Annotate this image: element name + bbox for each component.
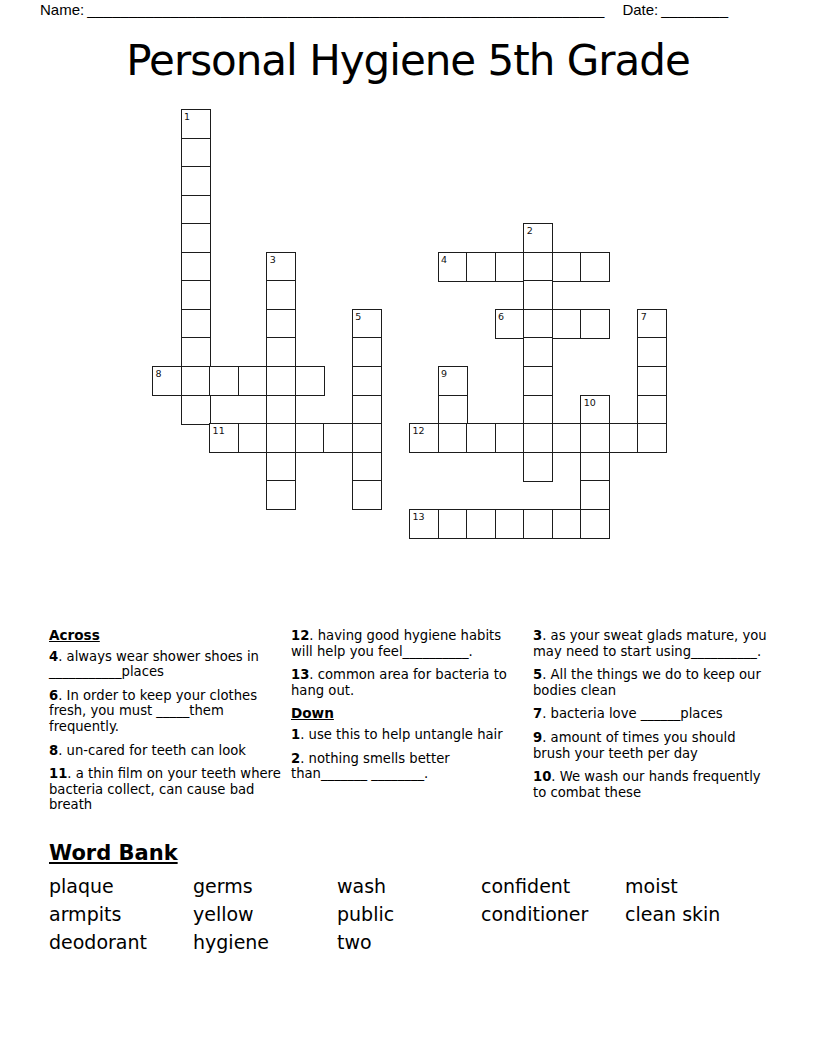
clue-13-across: 13. common area for bacteria to hang out… (291, 667, 519, 698)
grid-cell[interactable] (495, 423, 525, 453)
grid-cell[interactable] (580, 509, 610, 539)
across-header: Across (49, 628, 293, 644)
grid-cell[interactable] (438, 423, 468, 453)
grid-cell-number: 3 (270, 255, 276, 265)
clue-1-down: 1. use this to help untangle hair (291, 727, 519, 743)
grid-cell[interactable] (181, 309, 211, 339)
down-header: Down (291, 706, 519, 722)
grid-cell-number: 11 (213, 426, 225, 436)
name-label: Name: (40, 1, 84, 18)
grid-cell[interactable] (466, 252, 496, 282)
grid-cell[interactable] (523, 509, 553, 539)
clue-number: 8 (49, 743, 58, 758)
clue-3-down: 3. as your sweat glads mature, you may n… (533, 628, 771, 659)
clue-number: 10 (533, 769, 551, 784)
name-line: ________________________________________… (87, 1, 604, 18)
grid-cell-number: 9 (441, 369, 447, 379)
grid-cell[interactable] (352, 366, 382, 396)
grid-cell[interactable] (552, 252, 582, 282)
grid-cell[interactable] (266, 423, 296, 453)
clue-number: 11 (49, 766, 67, 781)
grid-cell[interactable] (523, 366, 553, 396)
clue-10-down: 10. We wash our hands frequently to comb… (533, 769, 771, 800)
grid-cell[interactable] (438, 395, 468, 425)
grid-cell[interactable] (181, 280, 211, 310)
grid-cell[interactable] (438, 509, 468, 539)
grid-cell[interactable] (352, 423, 382, 453)
clue-9-down: 9. amount of times you should brush your… (533, 730, 771, 761)
grid-cell-number: 10 (584, 398, 596, 408)
word-bank-title: Word Bank (49, 841, 789, 865)
worksheet-page: Name: __________________________________… (0, 0, 816, 1056)
clue-number: 9 (533, 730, 542, 745)
grid-cell[interactable] (266, 395, 296, 425)
across-clues-list-continued: 12. having good hygiene habits will help… (291, 628, 519, 698)
grid-cell[interactable] (181, 166, 211, 196)
grid-cell-number: 4 (441, 255, 447, 265)
word-bank-words: plaquegermswashconfidentmoistarmpitsyell… (49, 872, 789, 956)
grid-cell[interactable] (181, 195, 211, 225)
grid-cell[interactable] (181, 366, 211, 396)
grid-cell-number: 7 (641, 312, 647, 322)
clue-2-down: 2. nothing smells better than_______ ___… (291, 751, 519, 782)
grid-cell[interactable] (637, 423, 667, 453)
grid-cell[interactable] (466, 509, 496, 539)
grid-cell[interactable] (495, 509, 525, 539)
grid-cell[interactable] (266, 337, 296, 367)
clue-number: 3 (533, 628, 542, 643)
clue-7-down: 7. bacteria love ______places (533, 706, 771, 722)
grid-cell[interactable] (552, 509, 582, 539)
grid-cell-number: 12 (412, 426, 424, 436)
grid-cell[interactable] (352, 337, 382, 367)
grid-cell-number: 13 (412, 512, 424, 522)
word-bank-word: germs (193, 872, 337, 900)
grid-cell[interactable] (523, 280, 553, 310)
grid-cell-number: 5 (355, 312, 361, 322)
word-bank-word: plaque (49, 872, 193, 900)
grid-cell[interactable] (266, 309, 296, 339)
grid-cell[interactable] (181, 337, 211, 367)
word-bank-word: armpits (49, 900, 193, 928)
grid-cell-number: 1 (184, 112, 190, 122)
clue-number: 13 (291, 667, 309, 682)
date-label: Date: (622, 1, 658, 18)
grid-cell[interactable] (266, 452, 296, 482)
grid-cell[interactable] (580, 480, 610, 510)
grid-cell[interactable] (580, 423, 610, 453)
clue-number: 2 (291, 751, 300, 766)
clue-number: 4 (49, 649, 58, 664)
grid-cell[interactable] (209, 366, 239, 396)
clue-number: 12 (291, 628, 309, 643)
word-bank-word: yellow (193, 900, 337, 928)
word-bank-word: wash (337, 872, 481, 900)
grid-cell[interactable] (352, 452, 382, 482)
grid-cell[interactable] (637, 366, 667, 396)
clue-number: 6 (49, 688, 58, 703)
grid-cell[interactable] (580, 252, 610, 282)
word-bank-word: deodorant (49, 928, 193, 956)
grid-cell[interactable] (609, 423, 639, 453)
clue-5-down: 5. All the things we do to keep our bodi… (533, 667, 771, 698)
clue-11-across: 11. a thin film on your teeth where bact… (49, 766, 293, 813)
grid-cell[interactable] (238, 366, 268, 396)
clue-number: 5 (533, 667, 542, 682)
grid-cell[interactable] (181, 252, 211, 282)
grid-cell[interactable] (580, 452, 610, 482)
grid-cell[interactable] (580, 309, 610, 339)
grid-cell[interactable] (352, 480, 382, 510)
grid-cell[interactable] (523, 337, 553, 367)
down-clues-list-continued: 3. as your sweat glads mature, you may n… (533, 628, 771, 800)
grid-cell[interactable] (523, 452, 553, 482)
grid-cell[interactable] (266, 480, 296, 510)
grid-cell[interactable] (266, 280, 296, 310)
grid-cell[interactable] (295, 366, 325, 396)
page-title: Personal Hygiene 5th Grade (0, 36, 816, 85)
word-bank: Word Bank plaquegermswashconfidentmoista… (49, 841, 789, 956)
word-bank-word: moist (625, 872, 769, 900)
word-bank-word: two (337, 928, 481, 956)
grid-cell[interactable] (466, 423, 496, 453)
name-date-header: Name: __________________________________… (40, 1, 776, 18)
clues-column-1: Across 4. always wear shower shoes in __… (49, 628, 293, 821)
grid-cell[interactable] (552, 423, 582, 453)
grid-cell[interactable] (238, 423, 268, 453)
word-bank-word: conditioner (481, 900, 625, 928)
grid-cell[interactable] (266, 366, 296, 396)
date-line: ________ (661, 1, 728, 18)
word-bank-word: public (337, 900, 481, 928)
clue-12-across: 12. having good hygiene habits will help… (291, 628, 519, 659)
word-bank-word: hygiene (193, 928, 337, 956)
grid-cell[interactable] (323, 423, 353, 453)
grid-cell[interactable] (523, 252, 553, 282)
grid-cell[interactable] (523, 423, 553, 453)
grid-cell[interactable] (495, 252, 525, 282)
down-clues-list: 1. use this to help untangle hair2. noth… (291, 727, 519, 782)
grid-cell-number: 2 (527, 226, 533, 236)
grid-cell[interactable] (637, 337, 667, 367)
clues-column-3: 3. as your sweat glads mature, you may n… (533, 628, 771, 808)
grid-cell[interactable] (181, 138, 211, 168)
clue-6-across: 6. In order to keep your clothes fresh, … (49, 688, 293, 735)
grid-cell[interactable] (352, 395, 382, 425)
grid-cell[interactable] (181, 395, 211, 425)
crossword-grid: 12345678910111213 (152, 109, 666, 538)
across-clues-list: 4. always wear shower shoes in _________… (49, 649, 293, 813)
clue-4-across: 4. always wear shower shoes in _________… (49, 649, 293, 680)
grid-cell[interactable] (523, 395, 553, 425)
word-bank-word: confident (481, 872, 625, 900)
grid-cell[interactable] (637, 395, 667, 425)
grid-cell[interactable] (523, 309, 553, 339)
grid-cell[interactable] (295, 423, 325, 453)
clues-column-2: 12. having good hygiene habits will help… (291, 628, 519, 790)
clue-number: 1 (291, 727, 300, 742)
clue-number: 7 (533, 706, 542, 721)
grid-cell[interactable] (181, 223, 211, 253)
clue-8-across: 8. un-cared for teeth can look (49, 743, 293, 759)
grid-cell-number: 6 (498, 312, 504, 322)
grid-cell[interactable] (552, 309, 582, 339)
word-bank-word: clean skin (625, 900, 769, 928)
grid-cell-number: 8 (156, 369, 162, 379)
